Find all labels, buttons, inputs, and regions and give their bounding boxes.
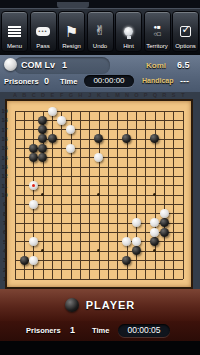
white-stone-F18: [57, 116, 66, 125]
grid-line-h: [15, 260, 183, 261]
com-level-value: 1: [62, 60, 67, 70]
app-screen: Menu ••• Pass ⚑ Resign ✌ Undo Hint ●■○□ …: [0, 0, 200, 355]
row-label: 11: [0, 183, 9, 189]
row-label: 15: [0, 145, 9, 151]
komi-label: Komi: [146, 61, 166, 70]
bottom-strip: [0, 341, 200, 355]
menu-button[interactable]: Menu: [1, 11, 28, 52]
com-level-label: COM Lv: [21, 60, 55, 70]
row-label: 7: [0, 220, 9, 226]
white-stone-N5: [122, 237, 131, 246]
black-stone-C14: [29, 153, 38, 162]
options-button-label: Options: [175, 43, 196, 50]
row-label: 6: [0, 229, 9, 235]
white-stone-K14: [94, 153, 103, 162]
black-stone-D17: [38, 125, 47, 134]
handicap-value: ---: [180, 76, 189, 86]
column-label: N: [123, 92, 131, 98]
hint-button[interactable]: Hint: [115, 11, 142, 52]
row-label: 12: [0, 173, 9, 179]
grid-line-h: [15, 269, 183, 270]
black-stone-icon: [65, 298, 79, 312]
undo-button-label: Undo: [93, 43, 107, 50]
row-label: 2: [0, 267, 9, 273]
column-label: O: [132, 92, 140, 98]
column-label: T: [179, 92, 187, 98]
com-prisoners-value: 0: [44, 76, 49, 86]
black-stone-N3: [122, 256, 131, 265]
black-stone-Q5: [150, 237, 159, 246]
territory-button-label: Territory: [146, 43, 168, 50]
player-bar: PLAYER: [0, 289, 200, 321]
grid-line-v: [108, 111, 109, 279]
grid-line-v: [164, 111, 165, 279]
hint-button-label: Hint: [123, 43, 134, 50]
black-stone-E16: [48, 134, 57, 143]
white-stone-Q7: [150, 218, 159, 227]
column-label: B: [20, 92, 28, 98]
black-stone-D14: [38, 153, 47, 162]
row-label: 17: [0, 127, 9, 133]
white-stone-O7: [132, 218, 141, 227]
black-stone-R7: [160, 218, 169, 227]
hand-icon: ✌: [95, 24, 106, 38]
territory-button[interactable]: ●■○□ Territory: [144, 11, 171, 52]
column-label: S: [170, 92, 178, 98]
white-stone-icon: [4, 58, 17, 71]
row-label: 18: [0, 117, 9, 123]
resign-button[interactable]: ⚑ Resign: [58, 11, 85, 52]
black-stone-Q16: [150, 134, 159, 143]
row-label: 4: [0, 248, 9, 254]
black-stone-D16: [38, 134, 47, 143]
player-time-display: 00:00:05: [118, 324, 170, 337]
territory-shapes-icon: ●■○□: [153, 24, 160, 38]
row-label: 8: [0, 211, 9, 217]
white-stone-Q6: [150, 228, 159, 237]
player-prisoners-label: Prisoners: [26, 326, 61, 335]
row-label: 14: [0, 155, 9, 161]
toolbar: Menu ••• Pass ⚑ Resign ✌ Undo Hint ●■○□ …: [0, 8, 200, 55]
grid-line-h: [15, 204, 183, 205]
grid-line-v: [145, 111, 146, 279]
player-stats-bar: Prisoners 1 Time 00:00:05: [0, 321, 200, 341]
resign-button-label: Resign: [62, 43, 81, 50]
row-label: 13: [0, 164, 9, 170]
row-label: 5: [0, 239, 9, 245]
flag-icon: ⚑: [65, 24, 78, 39]
row-label: 3: [0, 257, 9, 263]
white-stone-C9: [29, 200, 38, 209]
go-board[interactable]: [5, 99, 193, 289]
black-stone-D18: [38, 116, 47, 125]
column-label: R: [160, 92, 168, 98]
player-prisoners-value: 1: [70, 325, 75, 335]
options-button[interactable]: Options: [172, 11, 199, 52]
black-stone-R6: [160, 228, 169, 237]
column-label: H: [76, 92, 84, 98]
grid-line-v: [183, 111, 184, 279]
column-label: P: [142, 92, 150, 98]
white-stone-G17: [66, 125, 75, 134]
column-label: G: [67, 92, 75, 98]
black-stone-N16: [122, 134, 131, 143]
black-stone-K16: [94, 134, 103, 143]
handicap-label: Handicap: [142, 77, 174, 84]
white-stone-O5: [132, 237, 141, 246]
white-stone-C5: [29, 237, 38, 246]
pass-button[interactable]: ••• Pass: [30, 11, 57, 52]
black-stone-C15: [29, 144, 38, 153]
grid-line-v: [117, 111, 118, 279]
black-stone-B3: [20, 256, 29, 265]
column-label: J: [86, 92, 94, 98]
column-label: Q: [151, 92, 159, 98]
grid-line-h: [15, 213, 183, 214]
white-stone-E19: [48, 107, 57, 116]
checkbox-icon: [180, 26, 191, 37]
player-time-label: Time: [92, 326, 109, 335]
board-area: ABCDEFGHJKLMNOPQRST191817161514131211109…: [0, 92, 200, 289]
column-label: K: [95, 92, 103, 98]
white-stone-R8: [160, 209, 169, 218]
player-name: PLAYER: [86, 299, 136, 311]
com-time-display: 00:00:00: [84, 75, 134, 87]
row-label: 10: [0, 192, 9, 198]
pass-button-label: Pass: [36, 43, 49, 50]
speech-bubble-icon: •••: [36, 27, 50, 36]
black-stone-O4: [132, 246, 141, 255]
com-info-panel: COM Lv 1 Komi 6.5 Prisoners 0 Time 00:00…: [0, 55, 200, 92]
row-label: 19: [0, 108, 9, 114]
menu-button-label: Menu: [7, 43, 22, 50]
com-prisoners-label: Prisoners: [4, 77, 39, 86]
row-label: 1: [0, 276, 9, 282]
menu-icon: [8, 26, 21, 37]
white-stone-C3: [29, 256, 38, 265]
white-stone-G15: [66, 144, 75, 153]
black-stone-D15: [38, 144, 47, 153]
grid-line-h: [15, 279, 183, 280]
column-label: L: [104, 92, 112, 98]
lightbulb-icon: [124, 27, 133, 36]
komi-value: 6.5: [177, 60, 190, 70]
column-label: C: [30, 92, 38, 98]
undo-button[interactable]: ✌ Undo: [87, 11, 114, 52]
top-strip: [0, 0, 200, 8]
column-label: A: [11, 92, 19, 98]
column-label: F: [58, 92, 66, 98]
column-label: D: [39, 92, 47, 98]
com-time-label: Time: [60, 77, 77, 86]
row-label: 16: [0, 136, 9, 142]
row-label: 9: [0, 201, 9, 207]
column-label: E: [48, 92, 56, 98]
column-label: M: [114, 92, 122, 98]
grid-line-v: [173, 111, 174, 279]
